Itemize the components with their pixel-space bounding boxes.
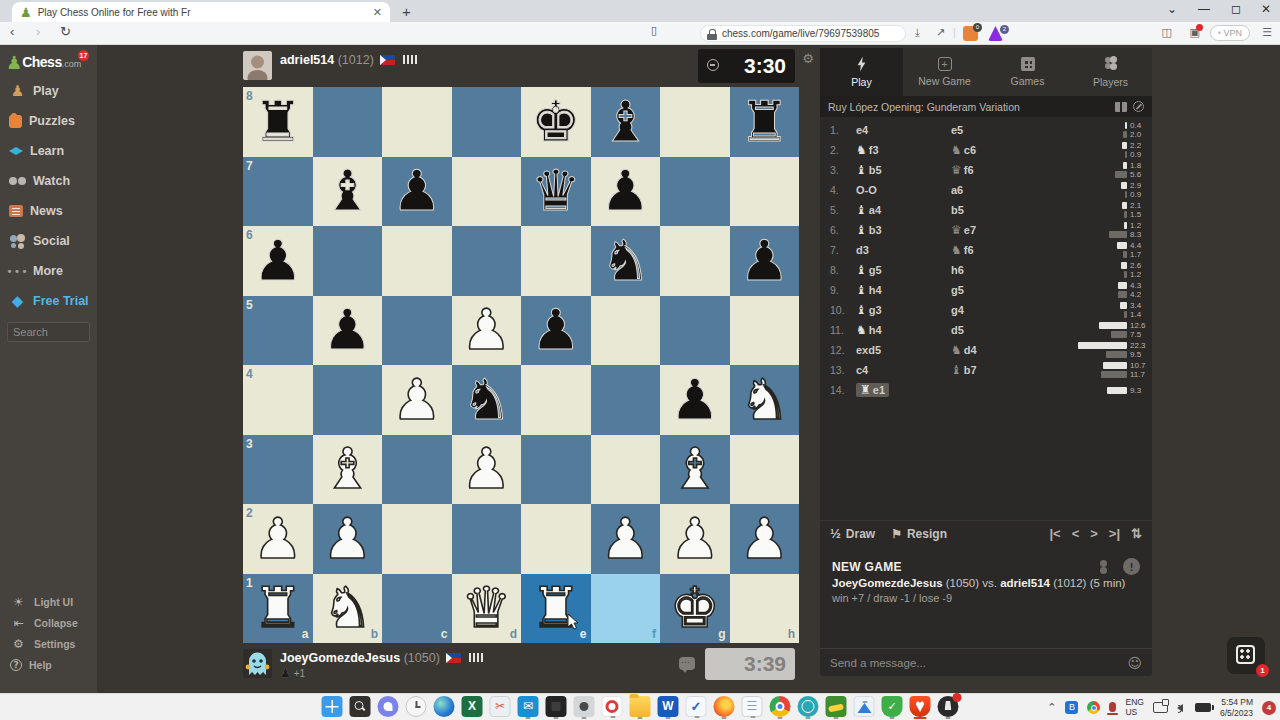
- half-point-icon: ½: [830, 526, 841, 541]
- bluestacks-icon[interactable]: [826, 696, 847, 717]
- reload-icon[interactable]: ↻: [60, 24, 71, 39]
- todo-icon[interactable]: [686, 696, 707, 717]
- download-icon[interactable]: ⤓: [915, 26, 920, 39]
- move-times: 9.3: [1092, 386, 1152, 394]
- square-h4[interactable]: ♞: [730, 365, 800, 435]
- bottom-player-name[interactable]: JoeyGomezdeJesus (1050): [280, 651, 485, 665]
- battery-icon[interactable]: [1195, 703, 1211, 712]
- openings-book-icon[interactable]: [1115, 102, 1127, 112]
- top-player-clock: 3:30: [698, 49, 795, 83]
- white-bishop-g3[interactable]: ♝: [660, 435, 730, 505]
- square-d1[interactable]: d♛: [452, 574, 522, 644]
- window-chevron-icon[interactable]: ⌄: [1160, 2, 1184, 16]
- square-h6[interactable]: ♟: [730, 226, 800, 296]
- black-queen-e7[interactable]: ♛: [521, 157, 591, 227]
- square-c8[interactable]: [382, 87, 452, 157]
- rank-label: 4: [246, 367, 253, 381]
- top-player-rating: (1012): [338, 53, 374, 67]
- sidebar-item-play[interactable]: Play: [0, 76, 97, 106]
- time-bar: [1124, 271, 1127, 278]
- chesscom-app: ♟ Chess .com 17 PlayPuzzlesLearnWatchNew…: [0, 45, 1280, 693]
- move-times: 1.28.3: [1092, 222, 1152, 239]
- explorer-icon[interactable]: [1133, 101, 1144, 112]
- time-bar: [1122, 202, 1127, 209]
- tab-games[interactable]: Games: [986, 48, 1069, 96]
- square-a3[interactable]: 3: [243, 435, 313, 505]
- square-a7[interactable]: 7: [243, 157, 313, 227]
- white-move[interactable]: ♜e1: [856, 383, 951, 397]
- square-h8[interactable]: ♜: [730, 87, 800, 157]
- bottom-player-bar: JoeyGomezdeJesus (1050) ♟ +1 3:39: [243, 643, 799, 685]
- white-pawn-b2[interactable]: ♟: [313, 504, 383, 574]
- square-h5[interactable]: [730, 296, 800, 366]
- square-b4[interactable]: [313, 365, 383, 435]
- rank-label: 7: [246, 159, 253, 173]
- black-move[interactable]: g5: [951, 284, 1092, 296]
- sidebar: ♟ Chess .com 17 PlayPuzzlesLearnWatchNew…: [0, 45, 97, 693]
- white-bishop-b3[interactable]: ♝: [313, 435, 383, 505]
- move-row: 13.c4♝b710.711.7: [820, 360, 1152, 380]
- square-h2[interactable]: ♟: [730, 504, 800, 574]
- sidebar-panel-icon[interactable]: ◫: [1162, 26, 1172, 39]
- chrome-icon[interactable]: [770, 696, 791, 717]
- game-panel: PlayNew GameGamesPlayers Ruy López Openi…: [820, 48, 1152, 676]
- tab-players[interactable]: Players: [1069, 48, 1152, 96]
- move-piece-icon: ♝: [856, 264, 867, 276]
- time-bar: [1123, 251, 1127, 258]
- black-pawn-b5[interactable]: ♟: [313, 296, 383, 366]
- close-tab-icon[interactable]: ✕: [373, 6, 382, 19]
- bluetooth-icon[interactable]: B: [1065, 701, 1078, 714]
- mail-icon[interactable]: [518, 696, 539, 717]
- white-pawn-g2[interactable]: ♟: [660, 504, 730, 574]
- time-bar: [1125, 122, 1127, 129]
- vpn-badge[interactable]: • VPN: [1210, 25, 1250, 41]
- browser-tab[interactable]: ♟ Play Chess Online for Free with Fr ✕: [12, 2, 390, 22]
- square-f4[interactable]: [591, 365, 661, 435]
- black-bishop-b7[interactable]: ♝: [313, 157, 383, 227]
- black-pawn-a6[interactable]: ♟: [243, 226, 313, 296]
- speaker-icon[interactable]: [1177, 704, 1183, 712]
- square-f1[interactable]: f: [591, 574, 661, 644]
- square-d2[interactable]: [452, 504, 522, 574]
- game-info: NEW GAME JoeyGomezdeJesus (1050) vs. adr…: [820, 546, 1152, 650]
- philippines-flag-icon: [446, 653, 461, 663]
- microphone-icon[interactable]: [1109, 702, 1116, 712]
- panel-tabs: PlayNew GameGamesPlayers: [820, 48, 1152, 96]
- chesscom-favicon: ♟: [20, 6, 32, 19]
- white-pawn-d5[interactable]: ♟: [452, 296, 522, 366]
- back-icon[interactable]: ‹: [10, 24, 14, 39]
- time-bar: [1099, 322, 1127, 329]
- square-c4[interactable]: ♟: [382, 365, 452, 435]
- sidebar-item-more[interactable]: More: [0, 256, 97, 286]
- notepad-icon[interactable]: [742, 696, 763, 717]
- time-bar: [1123, 162, 1127, 169]
- search-input[interactable]: [7, 322, 90, 342]
- square-a2[interactable]: 2♟: [243, 504, 313, 574]
- sidebar-footer-light-ui[interactable]: Light UI: [0, 591, 97, 612]
- shield-extension-icon[interactable]: 0: [963, 26, 978, 41]
- url-text: chess.com/game/live/79697539805: [722, 28, 879, 39]
- white-move[interactable]: ♝a4: [856, 204, 951, 216]
- bottom-player-rating: (1050): [404, 651, 440, 665]
- sidebar-footer-settings[interactable]: Settings: [0, 633, 97, 654]
- sidebar-nav: PlayPuzzlesLearnWatchNewsSocialMoreFree …: [0, 76, 97, 316]
- sidebar-item-puzzles[interactable]: Puzzles: [0, 106, 97, 136]
- black-move[interactable]: ♞d4: [951, 344, 1092, 356]
- black-bishop-f8[interactable]: ♝: [591, 87, 661, 157]
- square-f7[interactable]: ♟: [591, 157, 661, 227]
- black-move[interactable]: ♛e7: [951, 224, 1092, 236]
- white-pawn-c4[interactable]: ♟: [382, 365, 452, 435]
- square-f3[interactable]: [591, 435, 661, 505]
- square-d7[interactable]: [452, 157, 522, 227]
- time-bar: [1115, 171, 1127, 178]
- puzzle-icon: [9, 115, 22, 128]
- white-move[interactable]: ♝b5: [856, 164, 951, 176]
- square-d5[interactable]: ♟: [452, 296, 522, 366]
- black-move[interactable]: ♞f6: [951, 244, 1092, 256]
- window-minimize-button[interactable]: —: [1192, 2, 1216, 16]
- address-bar[interactable]: chess.com/game/live/79697539805: [700, 25, 906, 42]
- black-move[interactable]: a6: [951, 184, 1092, 196]
- plus-square-icon: [938, 57, 952, 71]
- square-e8[interactable]: ♚: [521, 87, 591, 157]
- move-times: 12.67.5: [1092, 322, 1152, 339]
- black-knight-d4[interactable]: ♞: [452, 365, 522, 435]
- excel-icon[interactable]: [462, 696, 483, 717]
- white-pawn-f2[interactable]: ♟: [591, 504, 661, 574]
- camera-icon[interactable]: [574, 696, 595, 717]
- ellipsis-icon: [9, 263, 26, 280]
- square-e2[interactable]: [521, 504, 591, 574]
- black-pawn-h6[interactable]: ♟: [730, 226, 800, 296]
- move-row: 10.♝g3g43.41.4: [820, 300, 1152, 320]
- chat-bubble-icon[interactable]: [679, 657, 695, 670]
- white-move[interactable]: ♝b3: [856, 224, 951, 236]
- word-icon[interactable]: [658, 696, 679, 717]
- hidden-icons-chevron[interactable]: ⌃: [1047, 701, 1056, 714]
- square-f8[interactable]: ♝: [591, 87, 661, 157]
- connection-bars-icon: [469, 651, 485, 665]
- square-c5[interactable]: [382, 296, 452, 366]
- square-a1[interactable]: 1a♜: [243, 574, 313, 644]
- tab-new-game[interactable]: New Game: [903, 48, 986, 96]
- square-b6[interactable]: [313, 226, 383, 296]
- chrome-tray-icon[interactable]: [1087, 701, 1100, 714]
- move-times: 4.34.2: [1092, 282, 1152, 299]
- file-explorer-icon[interactable]: [630, 696, 651, 717]
- white-move[interactable]: O-O: [856, 184, 951, 196]
- move-times: 0.42.0: [1092, 122, 1152, 139]
- black-move[interactable]: g4: [951, 304, 1092, 316]
- opening-bar: Ruy López Opening: Gunderam Variation: [820, 96, 1152, 117]
- sidebar-item-news[interactable]: News: [0, 196, 97, 226]
- gear-icon: [10, 635, 27, 652]
- vlc-icon[interactable]: [938, 696, 959, 717]
- board-column: adriel514 (1012) 3:30 ⚙ 8♜♚♝♜7♝♟♛♟6♟♞♟5♟…: [243, 45, 799, 685]
- black-pawn-f7[interactable]: ♟: [591, 157, 661, 227]
- square-c2[interactable]: [382, 504, 452, 574]
- white-move[interactable]: ♝h4: [856, 284, 951, 296]
- black-king-e8[interactable]: ♚: [521, 87, 591, 157]
- black-move[interactable]: b5: [951, 204, 1092, 216]
- time-bar: [1122, 142, 1127, 149]
- square-a4[interactable]: 4: [243, 365, 313, 435]
- square-e3[interactable]: [521, 435, 591, 505]
- newspaper-icon: [9, 205, 23, 217]
- white-pawn-a2[interactable]: ♟: [243, 504, 313, 574]
- new-game-heading: NEW GAME: [832, 560, 1140, 574]
- black-move[interactable]: h6: [951, 264, 1092, 276]
- draw-button[interactable]: ½ Draw: [830, 526, 875, 541]
- black-move[interactable]: e5: [951, 124, 1092, 136]
- touch-keyboard-icon[interactable]: [1153, 702, 1168, 713]
- white-pawn-d3[interactable]: ♟: [452, 435, 522, 505]
- square-g5[interactable]: [660, 296, 730, 366]
- dice-icon: [1236, 645, 1255, 664]
- square-a8[interactable]: 8♜: [243, 87, 313, 157]
- move-piece-icon: ♝: [856, 224, 867, 236]
- square-c7[interactable]: ♟: [382, 157, 452, 227]
- move-piece-icon: ♛: [951, 164, 962, 176]
- go-back-button[interactable]: <: [1072, 526, 1080, 541]
- chat-row: ☺: [820, 648, 1152, 676]
- white-knight-h4[interactable]: ♞: [730, 365, 800, 435]
- start-icon[interactable]: [322, 696, 343, 717]
- forward-icon[interactable]: ›: [36, 24, 40, 39]
- white-pawn-h2[interactable]: ♟: [730, 504, 800, 574]
- go-forward-button[interactable]: >: [1090, 526, 1098, 541]
- red-badge: [953, 693, 962, 702]
- go-start-button[interactable]: |<: [1049, 526, 1060, 541]
- time-bar: [1121, 262, 1127, 269]
- move-times: 22.39.5: [1092, 342, 1152, 359]
- antivirus-icon[interactable]: [882, 696, 903, 717]
- white-move[interactable]: ♝g3: [856, 304, 951, 316]
- sidebar-item-label: Play: [33, 84, 59, 98]
- square-g1[interactable]: g♚: [660, 574, 730, 644]
- chesscom-logo[interactable]: ♟ Chess .com 17: [0, 45, 97, 76]
- square-f5[interactable]: [591, 296, 661, 366]
- square-d3[interactable]: ♟: [452, 435, 522, 505]
- bottom-player-clock: 3:39: [705, 648, 795, 680]
- square-e1[interactable]: e♜: [521, 574, 591, 644]
- captured-material: ♟ +1: [280, 666, 305, 680]
- square-g2[interactable]: ♟: [660, 504, 730, 574]
- square-e5[interactable]: ♟: [521, 296, 591, 366]
- black-move[interactable]: d5: [951, 324, 1092, 336]
- edge-icon[interactable]: [434, 696, 455, 717]
- move-row: 12.exd5♞d422.39.5: [820, 340, 1152, 360]
- square-c3[interactable]: [382, 435, 452, 505]
- file-label: g: [718, 627, 725, 641]
- square-f6[interactable]: ♞: [591, 226, 661, 296]
- browser-toolbar: ‹ › ↻ ▯ chess.com/game/live/79697539805 …: [0, 22, 1280, 45]
- time-bar: [1111, 331, 1128, 338]
- time-bar: [1101, 371, 1127, 378]
- square-e4[interactable]: [521, 365, 591, 435]
- move-times: 10.711.7: [1092, 362, 1152, 379]
- time-bar: [1120, 302, 1127, 309]
- black-knight-f6[interactable]: ♞: [591, 226, 661, 296]
- search-icon[interactable]: [350, 696, 371, 717]
- add-friend-icon[interactable]: [1095, 558, 1112, 575]
- board-settings-gear-icon[interactable]: ⚙: [802, 51, 814, 66]
- time-bar: [1124, 222, 1127, 229]
- square-b5[interactable]: ♟: [313, 296, 383, 366]
- bookmark-icon[interactable]: ▯: [651, 24, 657, 37]
- time-bar: [1118, 291, 1127, 298]
- move-times: 4.41.7: [1092, 242, 1152, 259]
- file-label: a: [302, 627, 309, 641]
- move-row: 5.♝a4b52.11.5: [820, 200, 1152, 220]
- chat-icon[interactable]: [378, 696, 399, 717]
- square-h1[interactable]: h: [730, 574, 800, 644]
- square-g6[interactable]: [660, 226, 730, 296]
- black-move[interactable]: ♛f6: [951, 164, 1092, 176]
- go-end-button[interactable]: >|: [1109, 526, 1120, 541]
- sidebar-item-free-trial[interactable]: Free Trial: [0, 286, 97, 316]
- logo-text: Chess: [22, 54, 62, 70]
- square-b1[interactable]: b♞: [313, 574, 383, 644]
- share-icon[interactable]: ↗: [936, 26, 945, 39]
- logo-pawn-icon: ♟: [6, 54, 22, 72]
- black-rook-h8[interactable]: ♜: [730, 87, 800, 157]
- white-move[interactable]: ♞h4: [856, 324, 951, 336]
- bolt-icon: [856, 57, 867, 72]
- sidebar-item-watch[interactable]: Watch: [0, 166, 97, 196]
- info-icon[interactable]: !: [1123, 558, 1140, 575]
- time-bar: [1107, 387, 1127, 394]
- square-d8[interactable]: [452, 87, 522, 157]
- clock-date[interactable]: 5:54 PM6/5/2023: [1220, 697, 1253, 717]
- square-c6[interactable]: [382, 226, 452, 296]
- square-b2[interactable]: ♟: [313, 504, 383, 574]
- square-g4[interactable]: ♟: [660, 365, 730, 435]
- square-h3[interactable]: [730, 435, 800, 505]
- file-label: f: [652, 627, 656, 641]
- square-a5[interactable]: 5: [243, 296, 313, 366]
- square-b8[interactable]: [313, 87, 383, 157]
- sidebar-item-learn[interactable]: Learn: [0, 136, 97, 166]
- sidebar-item-social[interactable]: Social: [0, 226, 97, 256]
- captured-pawn-icon: ♟: [280, 666, 291, 680]
- binoculars-icon: [9, 173, 26, 190]
- games-dice-button[interactable]: 1: [1227, 637, 1265, 674]
- lock-icon: [709, 29, 716, 35]
- square-d6[interactable]: [452, 226, 522, 296]
- time-bar: [1125, 191, 1127, 198]
- flip-board-button[interactable]: ⇅: [1131, 526, 1142, 541]
- move-piece-icon: ♝: [951, 364, 962, 376]
- move-row: 3.♝b5♛f61.85.6: [820, 160, 1152, 180]
- square-e7[interactable]: ♛: [521, 157, 591, 227]
- clock-app-icon[interactable]: [406, 696, 427, 717]
- white-move[interactable]: ♞f3: [856, 144, 951, 156]
- sidebar-item-label: Watch: [33, 174, 70, 188]
- top-player-name[interactable]: adriel514 (1012): [280, 53, 419, 67]
- sidebar-item-label: Learn: [30, 144, 64, 158]
- bottom-player-avatar[interactable]: [243, 649, 272, 678]
- move-piece-icon: ♝: [856, 304, 867, 316]
- move-row: 14.♜e19.3: [820, 380, 1152, 400]
- pawn-icon: [9, 83, 26, 100]
- snipping-tool-icon[interactable]: [490, 696, 511, 717]
- square-a6[interactable]: 6♟: [243, 226, 313, 296]
- square-b7[interactable]: ♝: [313, 157, 383, 227]
- sidebar-item-label: Social: [33, 234, 70, 248]
- language-indicator[interactable]: ENGUS: [1125, 698, 1143, 718]
- square-d4[interactable]: ♞: [452, 365, 522, 435]
- opera-icon[interactable]: [602, 696, 623, 717]
- move-row: 11.♞h4d512.67.5: [820, 320, 1152, 340]
- rank-label: 5: [246, 298, 253, 312]
- square-f2[interactable]: ♟: [591, 504, 661, 574]
- top-player-avatar[interactable]: [243, 51, 272, 80]
- time-bar: [1117, 242, 1127, 249]
- photos-icon[interactable]: [854, 696, 875, 717]
- top-player-bar: adriel514 (1012) 3:30 ⚙: [243, 45, 799, 87]
- move-row: 1.e4e50.42.0: [820, 120, 1152, 140]
- square-g3[interactable]: ♝: [660, 435, 730, 505]
- square-g8[interactable]: [660, 87, 730, 157]
- brave-icon[interactable]: [910, 696, 931, 717]
- menu-icon[interactable]: ☰: [1262, 26, 1272, 39]
- white-move[interactable]: exd5: [856, 344, 951, 356]
- black-pawn-g4[interactable]: ♟: [660, 365, 730, 435]
- people-icon: [9, 233, 26, 250]
- square-b3[interactable]: ♝: [313, 435, 383, 505]
- sidebar-footer-help[interactable]: Help: [0, 654, 97, 675]
- white-move[interactable]: d3: [856, 244, 951, 256]
- square-h7[interactable]: [730, 157, 800, 227]
- resign-button[interactable]: ⚑ Resign: [891, 527, 947, 541]
- black-pawn-e5[interactable]: ♟: [521, 296, 591, 366]
- notification-badge[interactable]: 4: [1262, 701, 1276, 715]
- black-move[interactable]: ♞c6: [951, 144, 1092, 156]
- app-dark-icon[interactable]: [546, 696, 567, 717]
- sidebar-item-label: More: [33, 264, 63, 278]
- black-move[interactable]: ♝b7: [951, 364, 1092, 376]
- firefox-icon[interactable]: [714, 696, 735, 717]
- wallet-icon[interactable]: ▣: [1190, 26, 1200, 39]
- emoji-smiley-icon[interactable]: ☺: [1127, 655, 1142, 671]
- white-move[interactable]: c4: [856, 364, 951, 376]
- time-bar: [1118, 282, 1127, 289]
- move-piece-icon: ♞: [856, 144, 867, 156]
- time-bar: [1125, 151, 1127, 158]
- chat-input[interactable]: [830, 657, 1127, 669]
- globalprotect-icon[interactable]: [798, 696, 819, 717]
- white-move[interactable]: ♝g5: [856, 264, 951, 276]
- move-piece-icon: ♞: [951, 344, 962, 356]
- sidebar-footer: Light UICollapseSettingsHelp: [0, 591, 97, 675]
- square-g7[interactable]: [660, 157, 730, 227]
- tab-play[interactable]: Play: [820, 48, 903, 96]
- new-tab-button[interactable]: +: [402, 3, 411, 20]
- black-rook-a8[interactable]: ♜: [243, 87, 313, 157]
- black-pawn-c7[interactable]: ♟: [382, 157, 452, 227]
- window-maximize-button[interactable]: ◻: [1224, 2, 1248, 16]
- square-e6[interactable]: [521, 226, 591, 296]
- move-times: 3.41.4: [1092, 302, 1152, 319]
- white-move[interactable]: e4: [856, 124, 951, 136]
- sidebar-footer-collapse[interactable]: Collapse: [0, 612, 97, 633]
- window-close-button[interactable]: ✕: [1254, 2, 1278, 16]
- square-c1[interactable]: c: [382, 574, 452, 644]
